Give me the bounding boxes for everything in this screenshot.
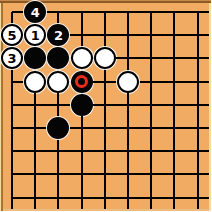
grid-line-v [197,186,199,209]
board-intersection[interactable] [70,47,93,70]
grid-line-v [197,24,199,47]
board-intersection[interactable] [163,163,186,186]
grid-line-v [11,93,13,116]
grid-line-v [150,116,152,139]
grid-line-v [104,12,106,24]
board-intersection[interactable] [70,116,93,139]
board-intersection[interactable]: 3 [1,47,24,70]
white-stone[interactable] [94,47,116,69]
board-intersection[interactable] [47,116,70,139]
grid-line-v [104,116,106,139]
board-intersection[interactable] [70,24,93,47]
grid-line-v [173,140,175,163]
grid-line-v [34,163,36,186]
board-intersection[interactable] [70,1,93,24]
move-number: 3 [8,52,17,65]
board-intersection[interactable] [186,24,209,47]
board-intersection[interactable] [116,93,139,116]
board-intersection[interactable] [93,24,116,47]
board-intersection[interactable] [1,116,24,139]
board-intersection[interactable] [93,1,116,24]
board-intersection[interactable] [70,186,93,209]
grid-line-v [127,93,129,116]
grid-line-v [197,116,199,139]
board-intersection[interactable] [24,140,47,163]
white-stone[interactable] [24,71,46,93]
circle-marker-icon [75,75,88,88]
grid-line-v [173,186,175,209]
board-intersection[interactable] [140,116,163,139]
board-intersection[interactable] [186,70,209,93]
grid-line-v [104,93,106,116]
board-intersection[interactable] [93,47,116,70]
board-intersection[interactable] [1,70,24,93]
board-intersection[interactable] [47,70,70,93]
board-intersection[interactable] [186,186,209,209]
grid-line-v [127,116,129,139]
grid-line-v [81,116,83,139]
board-intersection[interactable] [140,24,163,47]
grid-line-v [197,140,199,163]
move-number: 2 [54,29,63,42]
grid-line-v [81,140,83,163]
board-intersection[interactable] [24,47,47,70]
board-intersection[interactable] [24,116,47,139]
grid-line-v [197,70,199,93]
grid-line-v [197,163,199,186]
grid-line-v [11,163,13,186]
board-intersection[interactable] [93,163,116,186]
black-stone[interactable]: 2 [47,24,69,46]
white-stone[interactable]: 3 [1,47,23,69]
grid-line-v [104,186,106,209]
grid-line-v [127,140,129,163]
grid-line-v [104,24,106,47]
board-intersection[interactable] [93,93,116,116]
grid-line-v [104,163,106,186]
grid-line-v [104,140,106,163]
board-intersection[interactable] [47,163,70,186]
grid-line-v [34,186,36,209]
board-intersection[interactable] [163,116,186,139]
board-intersection[interactable] [93,140,116,163]
board-intersection[interactable] [93,116,116,139]
black-stone[interactable] [71,71,93,93]
grid-line-v [150,24,152,47]
grid-line-v [57,140,59,163]
grid-line-v [81,12,83,24]
grid-line-v [34,140,36,163]
board-intersection[interactable] [163,70,186,93]
board-intersection[interactable] [24,163,47,186]
board-intersection[interactable] [163,140,186,163]
grid-line-v [173,163,175,186]
grid-line-v [104,70,106,93]
white-stone[interactable]: 1 [24,24,46,46]
board-intersection[interactable] [163,186,186,209]
board-intersection[interactable] [1,186,24,209]
black-stone[interactable] [47,117,69,139]
board-intersection[interactable] [140,163,163,186]
grid-line-v [127,163,129,186]
board-intersection[interactable] [1,163,24,186]
grid-line-v [11,12,13,24]
board-intersection[interactable] [1,93,24,116]
white-stone[interactable] [117,71,139,93]
grid-line-h [12,104,24,106]
board-intersection[interactable] [116,186,139,209]
board-intersection[interactable] [116,70,139,93]
black-stone[interactable] [71,94,93,116]
board-intersection[interactable]: 4 [24,1,47,24]
grid-line-v [150,47,152,70]
board-intersection[interactable] [47,47,70,70]
board-intersection[interactable] [116,24,139,47]
grid-line-v [197,47,199,70]
board-intersection[interactable] [186,47,209,70]
board-intersection[interactable] [140,1,163,24]
go-grid: 45123 [1,1,212,212]
board-intersection[interactable]: 2 [47,24,70,47]
grid-line-v [81,163,83,186]
board-intersection[interactable] [140,140,163,163]
board-intersection[interactable] [47,93,70,116]
board-intersection[interactable] [163,93,186,116]
grid-line-v [173,70,175,93]
grid-line-v [150,93,152,116]
board-intersection[interactable] [70,163,93,186]
grid-line-v [57,93,59,116]
grid-line-v [11,116,13,139]
board-intersection[interactable] [116,47,139,70]
grid-line-h [12,197,24,199]
board-intersection[interactable] [1,1,24,24]
grid-line-v [150,140,152,163]
board-intersection[interactable] [47,1,70,24]
black-stone[interactable] [24,47,46,69]
black-stone[interactable] [47,47,69,69]
board-intersection[interactable] [116,140,139,163]
board-intersection[interactable] [70,70,93,93]
grid-line-v [173,24,175,47]
white-stone[interactable]: 5 [1,24,23,46]
grid-line-v [173,47,175,70]
grid-line-v [150,186,152,209]
board-intersection[interactable] [163,47,186,70]
board-intersection[interactable] [140,186,163,209]
board-intersection[interactable] [116,116,139,139]
board-intersection[interactable] [140,47,163,70]
grid-line-v [150,163,152,186]
grid-line-v [81,24,83,47]
board-intersection[interactable] [24,70,47,93]
board-intersection[interactable] [24,93,47,116]
grid-line-v [197,93,199,116]
board-intersection[interactable]: 1 [24,24,47,47]
grid-line-v [127,12,129,24]
board-intersection[interactable] [116,1,139,24]
grid-line-v [173,12,175,24]
move-number: 4 [31,6,40,19]
board-intersection[interactable] [140,70,163,93]
grid-line-h [12,81,24,83]
board-frame-right [209,3,211,211]
grid-line-h [12,173,24,175]
grid-line-h [12,150,24,152]
grid-line-v [57,186,59,209]
board-intersection[interactable] [70,93,93,116]
grid-line-v [81,186,83,209]
board-intersection[interactable] [186,163,209,186]
grid-line-v [127,186,129,209]
board-intersection[interactable] [1,140,24,163]
board-intersection[interactable] [186,1,209,24]
move-number: 1 [31,29,40,42]
black-stone[interactable]: 4 [24,1,46,23]
grid-line-v [197,12,199,24]
board-intersection[interactable] [116,163,139,186]
grid-line-v [34,93,36,116]
board-intersection[interactable] [47,186,70,209]
board-intersection[interactable] [186,140,209,163]
board-intersection[interactable] [24,186,47,209]
grid-line-v [127,24,129,47]
go-board: 45123 [0,0,211,211]
grid-line-v [57,163,59,186]
board-intersection[interactable] [93,186,116,209]
board-intersection[interactable] [163,1,186,24]
grid-line-v [11,70,13,93]
white-stone[interactable] [71,47,93,69]
move-number: 5 [8,29,17,42]
board-intersection[interactable]: 5 [1,24,24,47]
board-intersection[interactable] [186,116,209,139]
board-intersection[interactable] [140,93,163,116]
board-intersection[interactable] [70,140,93,163]
board-intersection[interactable] [47,140,70,163]
grid-line-v [173,93,175,116]
grid-line-v [11,140,13,163]
grid-line-v [11,186,13,209]
grid-line-v [127,47,129,70]
grid-line-v [150,70,152,93]
board-intersection[interactable] [186,93,209,116]
grid-line-v [34,116,36,139]
board-intersection[interactable] [163,24,186,47]
grid-line-h [12,11,24,13]
board-frame-bottom [3,209,209,211]
grid-line-v [173,116,175,139]
grid-line-v [57,12,59,24]
grid-line-v [150,12,152,24]
grid-line-h [12,127,24,129]
white-stone[interactable] [47,71,69,93]
board-intersection[interactable] [93,70,116,93]
